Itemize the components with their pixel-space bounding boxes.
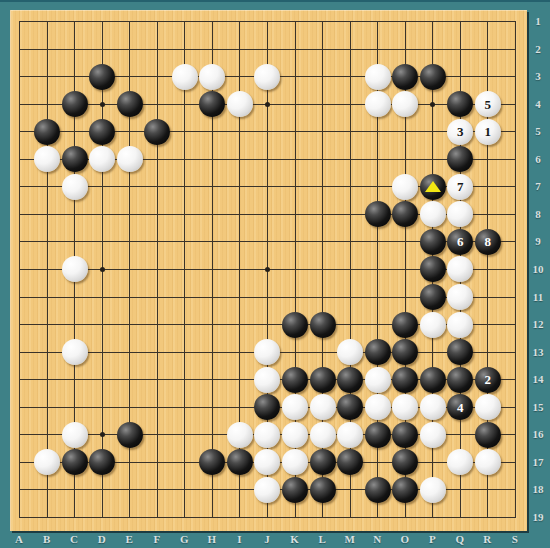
stone-white[interactable] xyxy=(447,201,473,227)
row-label: 8 xyxy=(535,208,541,219)
stone-white[interactable] xyxy=(282,449,308,475)
stone-black[interactable] xyxy=(420,367,446,393)
hoshi-dot xyxy=(265,102,270,107)
stone-white[interactable]: 1 xyxy=(475,119,501,145)
column-label: Q xyxy=(456,534,465,545)
stone-black[interactable] xyxy=(392,422,418,448)
hoshi-dot xyxy=(100,432,105,437)
column-label: L xyxy=(318,534,325,545)
stone-black[interactable] xyxy=(392,201,418,227)
row-label: 2 xyxy=(535,43,541,54)
stone-black[interactable] xyxy=(420,229,446,255)
stone-black[interactable] xyxy=(282,367,308,393)
stone-black[interactable] xyxy=(282,477,308,503)
column-label: P xyxy=(429,534,436,545)
stone-black[interactable] xyxy=(365,422,391,448)
stone-black[interactable] xyxy=(254,394,280,420)
stone-white[interactable] xyxy=(62,422,88,448)
stone-black[interactable] xyxy=(447,146,473,172)
stone-white[interactable] xyxy=(420,201,446,227)
stone-white[interactable] xyxy=(447,312,473,338)
stone-white[interactable] xyxy=(310,394,336,420)
stone-black[interactable] xyxy=(144,119,170,145)
hoshi-dot xyxy=(430,102,435,107)
stone-white[interactable] xyxy=(282,422,308,448)
stone-white[interactable] xyxy=(172,64,198,90)
stone-white[interactable] xyxy=(62,256,88,282)
stone-black[interactable] xyxy=(447,91,473,117)
stone-black[interactable] xyxy=(117,422,143,448)
row-label: 18 xyxy=(533,484,544,495)
column-label: R xyxy=(483,534,491,545)
stone-white[interactable] xyxy=(392,394,418,420)
stone-white[interactable] xyxy=(337,339,363,365)
column-label: E xyxy=(126,534,133,545)
goban-frame: 53176824 ABCDEFGHIJKLMNOPQRS 12345678910… xyxy=(0,0,550,548)
stone-white[interactable] xyxy=(254,367,280,393)
column-label: J xyxy=(264,534,270,545)
stone-black[interactable] xyxy=(447,367,473,393)
stone-black[interactable] xyxy=(420,284,446,310)
column-label: D xyxy=(98,534,106,545)
row-label: 10 xyxy=(533,263,544,274)
stone-black[interactable] xyxy=(310,367,336,393)
stone-black[interactable] xyxy=(337,394,363,420)
stone-white[interactable] xyxy=(89,146,115,172)
stone-white[interactable] xyxy=(199,64,225,90)
stone-black[interactable] xyxy=(337,449,363,475)
stone-white[interactable] xyxy=(392,91,418,117)
stone-black[interactable]: 2 xyxy=(475,367,501,393)
stone-white[interactable] xyxy=(365,91,391,117)
column-label: I xyxy=(237,534,241,545)
stone-black[interactable] xyxy=(365,201,391,227)
stone-white[interactable] xyxy=(365,394,391,420)
triangle-mark-icon xyxy=(425,181,441,192)
stone-white[interactable] xyxy=(254,64,280,90)
move-number-label: 8 xyxy=(485,235,492,248)
stone-black[interactable] xyxy=(392,339,418,365)
stone-white[interactable] xyxy=(227,422,253,448)
stone-black[interactable] xyxy=(365,339,391,365)
row-label: 1 xyxy=(535,16,541,27)
row-label: 4 xyxy=(535,98,541,109)
column-label: F xyxy=(153,534,160,545)
grid-line-horizontal xyxy=(19,517,516,518)
stone-white[interactable]: 3 xyxy=(447,119,473,145)
stone-black[interactable] xyxy=(392,312,418,338)
stone-white[interactable]: 5 xyxy=(475,91,501,117)
stone-white[interactable] xyxy=(62,339,88,365)
stone-black[interactable] xyxy=(420,174,446,200)
move-number-label: 1 xyxy=(485,125,492,138)
row-label: 6 xyxy=(535,153,541,164)
hoshi-dot xyxy=(100,102,105,107)
stone-white[interactable] xyxy=(420,312,446,338)
stone-black[interactable] xyxy=(310,477,336,503)
stone-white[interactable] xyxy=(34,449,60,475)
hoshi-dot xyxy=(265,267,270,272)
column-label: G xyxy=(180,534,189,545)
stone-white[interactable] xyxy=(447,449,473,475)
grid-line-vertical xyxy=(515,21,516,518)
row-label: 3 xyxy=(535,71,541,82)
stone-black[interactable] xyxy=(420,64,446,90)
stone-white[interactable] xyxy=(475,394,501,420)
stone-white[interactable] xyxy=(420,422,446,448)
stone-white[interactable] xyxy=(392,174,418,200)
stone-white[interactable] xyxy=(254,449,280,475)
stone-white[interactable] xyxy=(447,256,473,282)
row-label: 13 xyxy=(533,346,544,357)
frame-top-edge xyxy=(0,0,550,2)
stone-black[interactable] xyxy=(89,119,115,145)
column-label: K xyxy=(290,534,299,545)
row-label: 5 xyxy=(535,126,541,137)
stone-black[interactable] xyxy=(420,256,446,282)
stone-black[interactable] xyxy=(365,477,391,503)
stone-white[interactable] xyxy=(62,174,88,200)
stone-black[interactable] xyxy=(199,449,225,475)
column-label: S xyxy=(512,534,518,545)
hoshi-dot xyxy=(100,267,105,272)
stone-black[interactable] xyxy=(227,449,253,475)
row-label: 9 xyxy=(535,236,541,247)
stone-black[interactable] xyxy=(392,477,418,503)
stone-black[interactable] xyxy=(282,312,308,338)
move-number-label: 5 xyxy=(485,98,492,111)
stone-white[interactable] xyxy=(420,477,446,503)
row-label: 11 xyxy=(533,291,543,302)
column-label: B xyxy=(43,534,50,545)
move-number-label: 7 xyxy=(457,180,464,193)
column-label: O xyxy=(400,534,409,545)
column-label: M xyxy=(344,534,354,545)
stone-black[interactable]: 4 xyxy=(447,394,473,420)
stone-white[interactable] xyxy=(254,422,280,448)
stone-black[interactable] xyxy=(89,64,115,90)
stone-black[interactable]: 6 xyxy=(447,229,473,255)
stone-white[interactable] xyxy=(337,422,363,448)
stone-black[interactable] xyxy=(89,449,115,475)
stone-black[interactable]: 8 xyxy=(475,229,501,255)
stone-black[interactable] xyxy=(310,312,336,338)
column-label: C xyxy=(70,534,78,545)
row-label: 15 xyxy=(533,401,544,412)
stone-white[interactable] xyxy=(254,477,280,503)
stone-white[interactable] xyxy=(34,146,60,172)
stone-black[interactable] xyxy=(392,64,418,90)
stone-white[interactable] xyxy=(365,64,391,90)
column-label: N xyxy=(373,534,381,545)
row-label: 17 xyxy=(533,456,544,467)
row-label: 12 xyxy=(533,319,544,330)
stone-black[interactable] xyxy=(447,339,473,365)
stone-black[interactable] xyxy=(392,449,418,475)
stone-black[interactable] xyxy=(337,367,363,393)
stone-black[interactable] xyxy=(62,146,88,172)
stone-black[interactable] xyxy=(392,367,418,393)
stone-black[interactable] xyxy=(34,119,60,145)
stone-white[interactable] xyxy=(117,146,143,172)
stone-white[interactable] xyxy=(310,422,336,448)
stone-white[interactable] xyxy=(420,394,446,420)
row-label: 7 xyxy=(535,181,541,192)
column-label: A xyxy=(15,534,23,545)
row-label: 16 xyxy=(533,429,544,440)
stone-white[interactable]: 7 xyxy=(447,174,473,200)
move-number-label: 6 xyxy=(457,235,464,248)
stone-black[interactable] xyxy=(310,449,336,475)
move-number-label: 3 xyxy=(457,125,464,138)
move-number-label: 4 xyxy=(457,401,464,414)
stone-white[interactable] xyxy=(447,284,473,310)
stone-black[interactable] xyxy=(117,91,143,117)
move-number-label: 2 xyxy=(485,373,492,386)
stone-black[interactable] xyxy=(475,422,501,448)
column-label: H xyxy=(208,534,217,545)
stone-white[interactable] xyxy=(227,91,253,117)
row-label: 19 xyxy=(533,511,544,522)
stone-white[interactable] xyxy=(254,339,280,365)
stone-black[interactable] xyxy=(199,91,225,117)
stone-black[interactable] xyxy=(62,91,88,117)
stone-white[interactable] xyxy=(282,394,308,420)
stone-white[interactable] xyxy=(365,367,391,393)
row-label: 14 xyxy=(533,374,544,385)
stone-black[interactable] xyxy=(62,449,88,475)
go-board[interactable]: 53176824 xyxy=(10,10,527,531)
stone-white[interactable] xyxy=(475,449,501,475)
